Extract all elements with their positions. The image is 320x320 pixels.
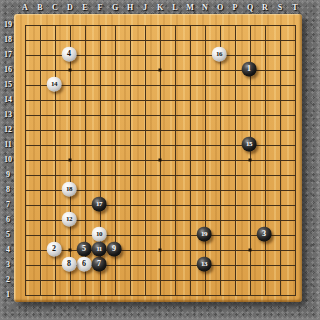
row-label-15: 15 (4, 81, 12, 89)
stone-move-number: 1 (247, 65, 251, 73)
column-label-m: M (186, 4, 194, 12)
column-label-j: J (143, 4, 147, 12)
star-point (159, 159, 162, 162)
stone-move-number: 12 (66, 215, 72, 223)
grid-line (25, 295, 296, 296)
column-label-a: A (22, 4, 28, 12)
grid-line (175, 25, 176, 296)
stone-c4: 2 (47, 242, 62, 257)
column-label-k: K (157, 4, 163, 12)
stone-e3: 6 (77, 257, 92, 272)
stone-g4: 9 (107, 242, 122, 257)
row-label-2: 2 (6, 276, 10, 284)
grid: 12345678910111213141516171819 (25, 25, 296, 296)
stone-move-number: 7 (97, 260, 101, 268)
column-label-g: G (112, 4, 118, 12)
star-point (69, 69, 72, 72)
stone-move-number: 18 (66, 185, 72, 193)
grid-line (25, 205, 296, 206)
star-point (159, 249, 162, 252)
stone-q16: 1 (242, 62, 257, 77)
row-label-5: 5 (6, 231, 10, 239)
row-label-11: 11 (4, 141, 12, 149)
stone-c15: 14 (47, 77, 62, 92)
column-label-e: E (82, 4, 87, 12)
column-label-t: T (292, 4, 297, 12)
star-point (249, 249, 252, 252)
row-label-18: 18 (4, 36, 12, 44)
column-label-o: O (217, 4, 223, 12)
grid-line (235, 25, 236, 296)
row-label-17: 17 (4, 51, 12, 59)
column-label-c: C (52, 4, 58, 12)
star-point (69, 159, 72, 162)
row-label-3: 3 (6, 261, 10, 269)
column-label-b: B (37, 4, 42, 12)
stone-f3: 7 (92, 257, 107, 272)
column-label-f: F (98, 4, 103, 12)
grid-line (25, 280, 296, 281)
board: 12345678910111213141516171819 (14, 14, 302, 302)
stone-d6: 12 (62, 212, 77, 227)
stone-move-number: 14 (51, 80, 57, 88)
row-label-7: 7 (6, 201, 10, 209)
grid-line (25, 235, 296, 236)
stone-d8: 18 (62, 182, 77, 197)
stone-move-number: 11 (96, 245, 101, 253)
stone-move-number: 16 (216, 50, 222, 58)
stone-f4: 11 (92, 242, 107, 257)
stone-move-number: 8 (67, 260, 71, 268)
row-label-1: 1 (6, 291, 10, 299)
column-label-p: P (233, 4, 238, 12)
go-board-diagram: 12345678910111213141516171819 ABCDEFGHJK… (0, 0, 320, 320)
column-label-l: L (172, 4, 177, 12)
row-label-6: 6 (6, 216, 10, 224)
grid-line (295, 25, 296, 296)
column-label-s: S (278, 4, 282, 12)
stone-f5: 10 (92, 227, 107, 242)
stone-d3: 8 (62, 257, 77, 272)
row-label-19: 19 (4, 21, 12, 29)
grid-line (205, 25, 206, 296)
stone-move-number: 5 (82, 245, 86, 253)
stone-move-number: 6 (82, 260, 86, 268)
stone-q11: 15 (242, 137, 257, 152)
grid-line (265, 25, 266, 296)
column-label-d: D (67, 4, 73, 12)
stone-move-number: 17 (96, 200, 102, 208)
stone-move-number: 10 (96, 230, 102, 238)
stone-d17: 4 (62, 47, 77, 62)
row-label-10: 10 (4, 156, 12, 164)
row-label-8: 8 (6, 186, 10, 194)
row-label-12: 12 (4, 126, 12, 134)
stone-o17: 16 (212, 47, 227, 62)
stone-move-number: 9 (112, 245, 116, 253)
grid-line (25, 175, 296, 176)
star-point (249, 159, 252, 162)
stone-move-number: 15 (246, 140, 252, 148)
stone-move-number: 2 (52, 245, 56, 253)
stone-e4: 5 (77, 242, 92, 257)
grid-line (280, 25, 281, 296)
column-label-n: N (202, 4, 208, 12)
column-label-q: Q (247, 4, 253, 12)
row-label-13: 13 (4, 111, 12, 119)
grid-line (190, 25, 191, 296)
stone-move-number: 4 (67, 50, 71, 58)
stone-n5: 19 (197, 227, 212, 242)
row-label-4: 4 (6, 246, 10, 254)
stone-move-number: 13 (201, 260, 207, 268)
star-point (159, 69, 162, 72)
stone-r5: 3 (257, 227, 272, 242)
column-label-r: R (262, 4, 268, 12)
stone-move-number: 19 (201, 230, 207, 238)
row-label-16: 16 (4, 66, 12, 74)
row-label-9: 9 (6, 171, 10, 179)
grid-line (220, 25, 221, 296)
star-point (69, 249, 72, 252)
stone-n3: 13 (197, 257, 212, 272)
stone-f7: 17 (92, 197, 107, 212)
column-label-h: H (127, 4, 133, 12)
stone-move-number: 3 (262, 230, 266, 238)
row-label-14: 14 (4, 96, 12, 104)
